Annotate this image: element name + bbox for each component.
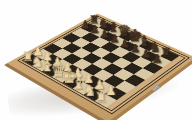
product-photo-scene: ♜♞♝♛♚♝♞♜♟♟♟♟♟♟♟♟♟♟♟♟♟♟♟♟♜♞♝♛♚♝♞♜	[0, 0, 192, 120]
square-f6	[121, 52, 140, 63]
square-a1: ♜	[23, 55, 43, 66]
white-rook: ♜	[21, 51, 35, 63]
